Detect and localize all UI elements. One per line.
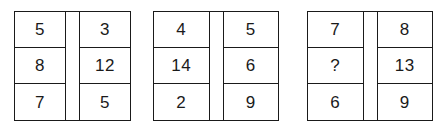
cell-g1-r1-right: 3 (80, 12, 130, 48)
divider-strip (363, 12, 378, 120)
cell-g3-r3-right: 9 (378, 84, 433, 120)
cell-g3-r2-left-unknown: ? (308, 48, 363, 84)
cell-g2-r3-right: 9 (224, 84, 279, 120)
cell-g2-r1-right: 5 (224, 12, 279, 48)
cell-g2-r3-left: 2 (154, 84, 209, 120)
cell-g3-r1-right: 8 (378, 12, 433, 48)
cell-g2-r1-left: 4 (154, 12, 209, 48)
cell-g1-r3-left: 7 (15, 84, 65, 120)
divider-strip (65, 12, 80, 120)
divider-strip (209, 12, 224, 120)
cell-g1-r3-right: 5 (80, 84, 130, 120)
cell-g1-r2-left: 8 (15, 48, 65, 84)
puzzle-grid-2: 4 5 14 6 2 9 (153, 11, 279, 121)
cell-g3-r1-left: 7 (308, 12, 363, 48)
cell-g2-r2-right: 6 (224, 48, 279, 84)
cell-g3-r3-left: 6 (308, 84, 363, 120)
cell-g1-r2-right: 12 (80, 48, 130, 84)
puzzle-grid-1: 5 3 8 12 7 5 (14, 11, 131, 121)
puzzle-grid-3: 7 8 ? 13 6 9 (307, 11, 433, 121)
cell-g3-r2-right: 13 (378, 48, 433, 84)
cell-g2-r2-left: 14 (154, 48, 209, 84)
cell-g1-r1-left: 5 (15, 12, 65, 48)
puzzle-diagram: 5 3 8 12 7 5 4 5 14 6 2 9 7 8 ? 13 6 9 (0, 0, 445, 134)
